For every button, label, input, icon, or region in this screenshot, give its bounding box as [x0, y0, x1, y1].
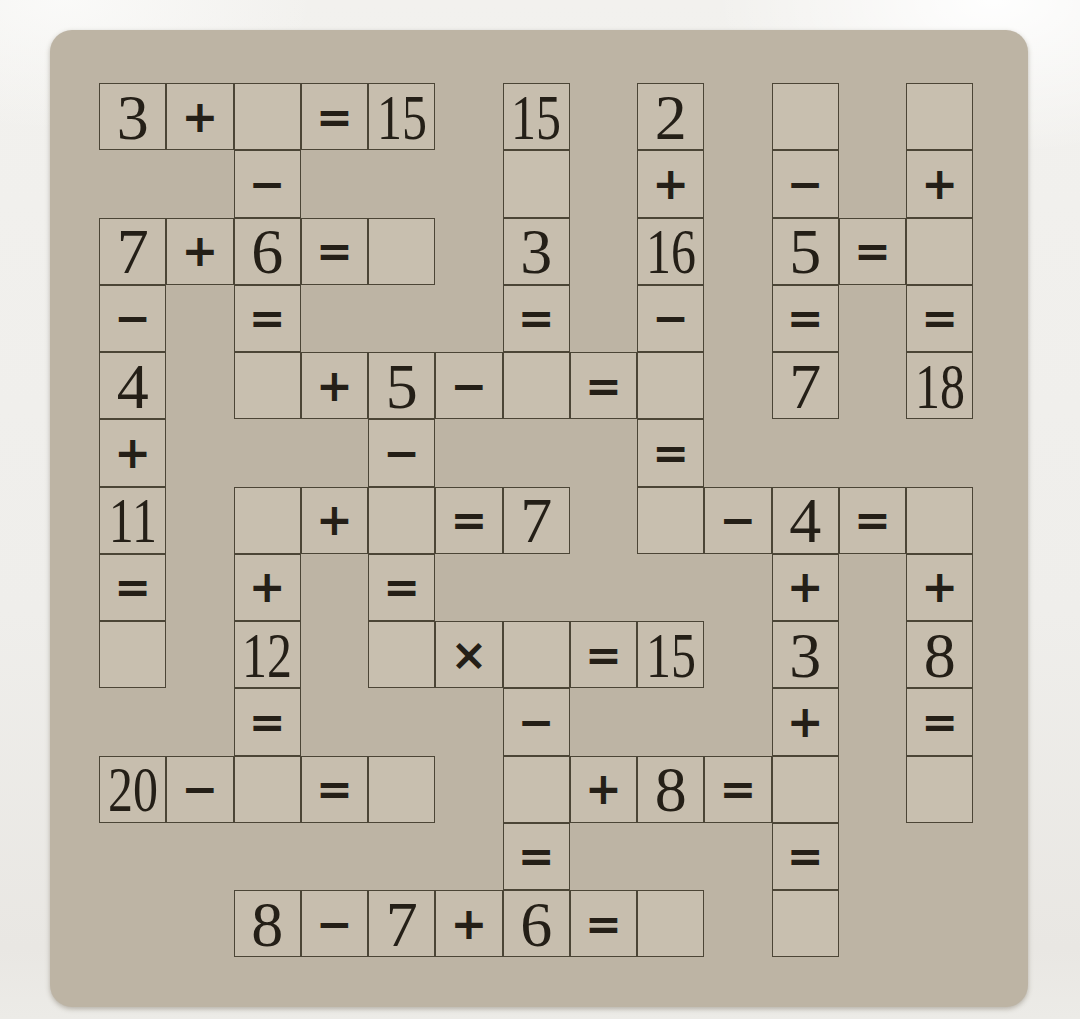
cell-r4c11-equals-op: = — [772, 285, 839, 352]
cell-r7c7-given: 7 — [503, 487, 570, 554]
equals-glyph: = — [249, 296, 286, 340]
cell-r6c9-equals-op: = — [637, 419, 704, 486]
cell-r5c9-blank[interactable] — [637, 352, 704, 419]
cell-r2c9-plus-op: + — [637, 150, 704, 217]
given-number: 12 — [242, 624, 292, 688]
given-number: 7 — [520, 489, 552, 553]
cell-r2c13-plus-op: + — [906, 150, 973, 217]
given-number: 7 — [386, 893, 418, 957]
given-number: 6 — [520, 893, 552, 957]
cell-r11c11-blank[interactable] — [772, 756, 839, 823]
plus-glyph: + — [249, 565, 286, 609]
cell-r3c7-given: 3 — [503, 218, 570, 285]
cell-r11c7-blank[interactable] — [503, 756, 570, 823]
equals-glyph: = — [787, 834, 824, 878]
cell-r4c13-equals-op: = — [906, 285, 973, 352]
cell-r5c3-blank[interactable] — [234, 352, 301, 419]
plus-glyph: + — [921, 565, 958, 609]
cell-r3c11-given: 5 — [772, 218, 839, 285]
equals-glyph: = — [316, 95, 353, 139]
cell-r2c7-blank[interactable] — [503, 150, 570, 217]
minus-glyph: − — [249, 162, 286, 206]
minus-glyph: − — [787, 162, 824, 206]
cell-r3c12-equals-op: = — [839, 218, 906, 285]
given-number: 7 — [789, 355, 821, 419]
equals-glyph: = — [854, 229, 891, 273]
cell-r3c5-blank[interactable] — [368, 218, 435, 285]
given-number: 7 — [117, 220, 149, 284]
cell-r9c1-blank[interactable] — [99, 621, 166, 688]
equals-glyph: = — [518, 296, 555, 340]
cell-r5c5-given: 5 — [368, 352, 435, 419]
cell-r13c3-given: 8 — [234, 890, 301, 957]
cell-r13c7-given: 6 — [503, 890, 570, 957]
cell-r9c6-times-op: × — [435, 621, 502, 688]
given-number: 8 — [655, 758, 687, 822]
cell-r9c7-blank[interactable] — [503, 621, 570, 688]
cell-r5c7-blank[interactable] — [503, 352, 570, 419]
cell-r3c1-given: 7 — [99, 218, 166, 285]
cell-r9c3-given: 12 — [234, 621, 301, 688]
plus-glyph: + — [921, 162, 958, 206]
equals-glyph: = — [652, 431, 689, 475]
plus-glyph: + — [181, 229, 218, 273]
given-number: 18 — [915, 355, 965, 419]
cell-r8c3-plus-op: + — [234, 554, 301, 621]
cell-r12c11-equals-op: = — [772, 823, 839, 890]
cell-r8c5-equals-op: = — [368, 554, 435, 621]
equals-glyph: = — [854, 498, 891, 542]
cell-r7c12-equals-op: = — [839, 487, 906, 554]
cell-r5c1-given: 4 — [99, 352, 166, 419]
minus-glyph: − — [383, 431, 420, 475]
cell-r1c7-given: 15 — [503, 83, 570, 150]
cell-r1c9-given: 2 — [637, 83, 704, 150]
cell-r9c13-given: 8 — [906, 621, 973, 688]
cell-r11c10-equals-op: = — [704, 756, 771, 823]
equals-glyph: = — [585, 364, 622, 408]
minus-glyph: − — [316, 902, 353, 946]
given-number: 8 — [251, 893, 283, 957]
cell-r1c2-plus-op: + — [166, 83, 233, 150]
minus-glyph: − — [450, 364, 487, 408]
cell-r7c13-blank[interactable] — [906, 487, 973, 554]
equals-glyph: = — [585, 633, 622, 677]
equals-glyph: = — [316, 229, 353, 273]
cell-r9c11-given: 3 — [772, 621, 839, 688]
cell-r8c1-equals-op: = — [99, 554, 166, 621]
plus-glyph: + — [787, 700, 824, 744]
cell-r10c3-equals-op: = — [234, 688, 301, 755]
cell-r1c3-blank[interactable] — [234, 83, 301, 150]
cell-r7c10-minus-op: − — [704, 487, 771, 554]
cell-r10c13-equals-op: = — [906, 688, 973, 755]
cell-r5c13-given: 18 — [906, 352, 973, 419]
given-number: 11 — [109, 489, 157, 553]
minus-glyph: − — [114, 296, 151, 340]
cell-r10c11-plus-op: + — [772, 688, 839, 755]
cell-r13c5-given: 7 — [368, 890, 435, 957]
page-background: 3+=15152−+−+7+6=3165=−==−==4+5−=718+−=11… — [0, 0, 1080, 1019]
equals-glyph: = — [450, 498, 487, 542]
plus-glyph: + — [114, 431, 151, 475]
equals-glyph: = — [787, 296, 824, 340]
equals-glyph: = — [719, 767, 756, 811]
given-number: 5 — [386, 355, 418, 419]
equals-glyph: = — [921, 296, 958, 340]
cell-r11c13-blank[interactable] — [906, 756, 973, 823]
plus-glyph: + — [316, 364, 353, 408]
equals-glyph: = — [921, 700, 958, 744]
cell-r3c13-blank[interactable] — [906, 218, 973, 285]
cell-r1c13-blank[interactable] — [906, 83, 973, 150]
cell-r9c9-given: 15 — [637, 621, 704, 688]
plus-glyph: + — [787, 565, 824, 609]
cell-r7c1-given: 11 — [99, 487, 166, 554]
cell-r6c5-minus-op: − — [368, 419, 435, 486]
given-number: 3 — [520, 220, 552, 284]
cell-r7c6-equals-op: = — [435, 487, 502, 554]
given-number: 3 — [789, 624, 821, 688]
cell-r11c2-minus-op: − — [166, 756, 233, 823]
cell-r7c5-blank[interactable] — [368, 487, 435, 554]
given-number: 15 — [511, 86, 561, 150]
equals-glyph: = — [383, 565, 420, 609]
cell-r7c11-given: 4 — [772, 487, 839, 554]
cell-r11c8-plus-op: + — [570, 756, 637, 823]
cell-r5c11-given: 7 — [772, 352, 839, 419]
cell-r7c4-plus-op: + — [301, 487, 368, 554]
times-glyph: × — [450, 633, 487, 677]
cell-r1c5-given: 15 — [368, 83, 435, 150]
plus-glyph: + — [585, 767, 622, 811]
puzzle-board: 3+=15152−+−+7+6=3165=−==−==4+5−=718+−=11… — [50, 30, 1028, 1007]
cell-r4c9-minus-op: − — [637, 285, 704, 352]
given-number: 4 — [117, 355, 149, 419]
plus-glyph: + — [181, 95, 218, 139]
equals-glyph: = — [585, 902, 622, 946]
cell-r12c7-equals-op: = — [503, 823, 570, 890]
cell-r3c4-equals-op: = — [301, 218, 368, 285]
plus-glyph: + — [652, 162, 689, 206]
cell-r5c6-minus-op: − — [435, 352, 502, 419]
puzzle-grid: 3+=15152−+−+7+6=3165=−==−==4+5−=718+−=11… — [99, 83, 973, 957]
cell-r7c9-blank[interactable] — [637, 487, 704, 554]
cell-r13c11-blank[interactable] — [772, 890, 839, 957]
cell-r3c3-given: 6 — [234, 218, 301, 285]
cell-r5c8-equals-op: = — [570, 352, 637, 419]
cell-r1c1-given: 3 — [99, 83, 166, 150]
cell-r4c1-minus-op: − — [99, 285, 166, 352]
given-number: 15 — [646, 624, 696, 688]
cell-r2c3-minus-op: − — [234, 150, 301, 217]
cell-r8c11-plus-op: + — [772, 554, 839, 621]
cell-r9c5-blank[interactable] — [368, 621, 435, 688]
given-number: 20 — [108, 758, 158, 822]
cell-r11c9-given: 8 — [637, 756, 704, 823]
minus-glyph: − — [719, 498, 756, 542]
cell-r6c1-plus-op: + — [99, 419, 166, 486]
equals-glyph: = — [249, 700, 286, 744]
cell-r11c1-given: 20 — [99, 756, 166, 823]
cell-r13c4-minus-op: − — [301, 890, 368, 957]
cell-r9c8-equals-op: = — [570, 621, 637, 688]
cell-r4c3-equals-op: = — [234, 285, 301, 352]
cell-r13c6-plus-op: + — [435, 890, 502, 957]
minus-glyph: − — [181, 767, 218, 811]
equals-glyph: = — [518, 834, 555, 878]
cell-r2c11-minus-op: − — [772, 150, 839, 217]
cell-r1c4-equals-op: = — [301, 83, 368, 150]
plus-glyph: + — [316, 498, 353, 542]
cell-r4c7-equals-op: = — [503, 285, 570, 352]
minus-glyph: − — [518, 700, 555, 744]
cell-r10c7-minus-op: − — [503, 688, 570, 755]
given-number: 6 — [251, 220, 283, 284]
cell-r3c9-given: 16 — [637, 218, 704, 285]
cell-r1c11-blank[interactable] — [772, 83, 839, 150]
plus-glyph: + — [450, 902, 487, 946]
given-number: 5 — [789, 220, 821, 284]
given-number: 15 — [377, 86, 427, 150]
given-number: 8 — [924, 624, 956, 688]
cell-r5c4-plus-op: + — [301, 352, 368, 419]
given-number: 4 — [789, 489, 821, 553]
given-number: 16 — [646, 220, 696, 284]
cell-r13c9-blank[interactable] — [637, 890, 704, 957]
cell-r11c3-blank[interactable] — [234, 756, 301, 823]
cell-r11c4-equals-op: = — [301, 756, 368, 823]
cell-r13c8-equals-op: = — [570, 890, 637, 957]
given-number: 2 — [655, 86, 687, 150]
given-number: 3 — [117, 86, 149, 150]
cell-r7c3-blank[interactable] — [234, 487, 301, 554]
minus-glyph: − — [652, 296, 689, 340]
equals-glyph: = — [316, 767, 353, 811]
equals-glyph: = — [114, 565, 151, 609]
cell-r11c5-blank[interactable] — [368, 756, 435, 823]
cell-r3c2-plus-op: + — [166, 218, 233, 285]
cell-r8c13-plus-op: + — [906, 554, 973, 621]
